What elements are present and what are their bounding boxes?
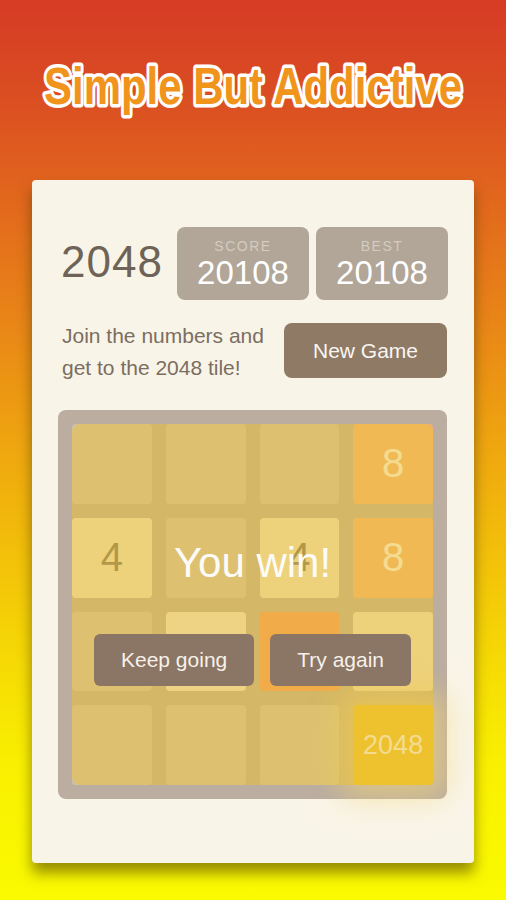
win-message: You win! — [72, 539, 433, 587]
keep-going-button[interactable]: Keep going — [94, 634, 254, 686]
game-board: 844821642048 You win! Keep going Try aga… — [58, 410, 447, 799]
score-label: SCORE — [177, 238, 309, 254]
best-box: BEST 20108 — [316, 227, 448, 300]
intro-line2: get to the 2048 tile! — [62, 352, 264, 384]
game-card: 2048 SCORE 20108 BEST 20108 Join the num… — [32, 180, 474, 863]
best-label: BEST — [316, 238, 448, 254]
banner: Simple But Addictive — [0, 46, 506, 126]
try-again-button[interactable]: Try again — [270, 634, 411, 686]
score-value: 20108 — [177, 256, 309, 290]
app-background: Simple But Addictive 2048 SCORE 20108 BE… — [0, 0, 506, 900]
score-box: SCORE 20108 — [177, 227, 309, 300]
overlay-buttons: Keep going Try again — [72, 634, 433, 686]
banner-title: Simple But Addictive — [44, 57, 462, 115]
best-value: 20108 — [316, 256, 448, 290]
new-game-button[interactable]: New Game — [284, 323, 447, 378]
win-overlay: You win! Keep going Try again — [72, 424, 433, 785]
game-title: 2048 — [61, 237, 163, 287]
intro-text: Join the numbers and get to the 2048 til… — [62, 320, 264, 384]
intro-line1: Join the numbers and — [62, 320, 264, 352]
